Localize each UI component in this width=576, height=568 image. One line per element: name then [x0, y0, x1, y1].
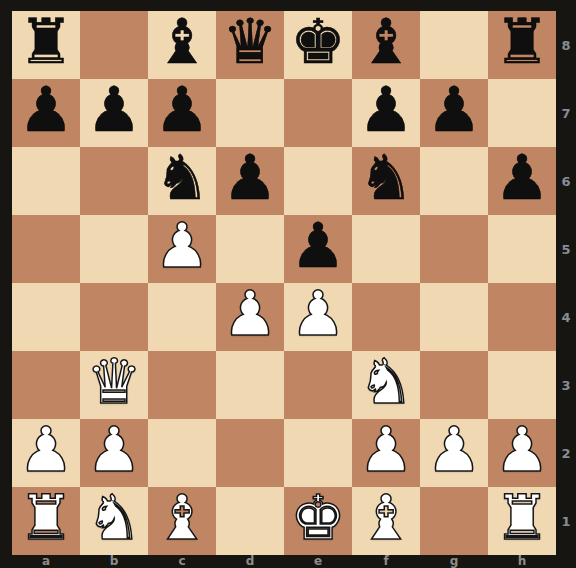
piece-white-pawn[interactable]: ♟: [426, 416, 482, 484]
square-f5[interactable]: [352, 215, 420, 283]
rank-label-7: 7: [556, 79, 576, 147]
square-b3[interactable]: ♛: [80, 351, 148, 419]
square-b5[interactable]: [80, 215, 148, 283]
piece-white-pawn[interactable]: ♟: [154, 212, 210, 280]
square-h6[interactable]: ♟: [488, 147, 556, 215]
square-c7[interactable]: ♟: [148, 79, 216, 147]
square-f6[interactable]: ♞: [352, 147, 420, 215]
square-f8[interactable]: ♝: [352, 11, 420, 79]
piece-black-pawn[interactable]: ♟: [18, 76, 74, 144]
square-c6[interactable]: ♞: [148, 147, 216, 215]
piece-white-bishop[interactable]: ♝: [358, 484, 414, 552]
square-e8[interactable]: ♚: [284, 11, 352, 79]
square-g3[interactable]: [420, 351, 488, 419]
square-e7[interactable]: [284, 79, 352, 147]
piece-black-bishop[interactable]: ♝: [154, 8, 210, 76]
square-h5[interactable]: [488, 215, 556, 283]
piece-white-king[interactable]: ♚: [290, 484, 346, 552]
square-a4[interactable]: [12, 283, 80, 351]
file-label-h: h: [488, 554, 556, 568]
chess-board: ♜♝♛♚♝♜♟♟♟♟♟♞♟♞♟♟♟♟♟♛♞♟♟♟♟♟♜♞♝♚♝♜: [12, 11, 556, 555]
square-e6[interactable]: [284, 147, 352, 215]
file-label-e: e: [284, 554, 352, 568]
piece-black-knight[interactable]: ♞: [358, 144, 414, 212]
file-label-f: f: [352, 554, 420, 568]
square-d4[interactable]: ♟: [216, 283, 284, 351]
piece-black-pawn[interactable]: ♟: [290, 212, 346, 280]
square-f2[interactable]: ♟: [352, 419, 420, 487]
square-h3[interactable]: [488, 351, 556, 419]
square-a3[interactable]: [12, 351, 80, 419]
file-label-b: b: [80, 554, 148, 568]
square-b7[interactable]: ♟: [80, 79, 148, 147]
piece-white-pawn[interactable]: ♟: [18, 416, 74, 484]
file-label-c: c: [148, 554, 216, 568]
piece-white-pawn[interactable]: ♟: [290, 280, 346, 348]
square-a7[interactable]: ♟: [12, 79, 80, 147]
square-d8[interactable]: ♛: [216, 11, 284, 79]
square-a5[interactable]: [12, 215, 80, 283]
piece-white-rook[interactable]: ♜: [18, 484, 74, 552]
square-f7[interactable]: ♟: [352, 79, 420, 147]
square-h1[interactable]: ♜: [488, 487, 556, 555]
square-c4[interactable]: [148, 283, 216, 351]
piece-white-pawn[interactable]: ♟: [86, 416, 142, 484]
square-a8[interactable]: ♜: [12, 11, 80, 79]
piece-white-pawn[interactable]: ♟: [222, 280, 278, 348]
square-a1[interactable]: ♜: [12, 487, 80, 555]
piece-black-pawn[interactable]: ♟: [222, 144, 278, 212]
square-e5[interactable]: ♟: [284, 215, 352, 283]
square-g7[interactable]: ♟: [420, 79, 488, 147]
file-label-a: a: [12, 554, 80, 568]
square-b1[interactable]: ♞: [80, 487, 148, 555]
piece-black-queen[interactable]: ♛: [222, 8, 278, 76]
rank-label-4: 4: [556, 283, 576, 351]
square-g2[interactable]: ♟: [420, 419, 488, 487]
square-d6[interactable]: ♟: [216, 147, 284, 215]
rank-label-3: 3: [556, 351, 576, 419]
square-f1[interactable]: ♝: [352, 487, 420, 555]
piece-black-pawn[interactable]: ♟: [86, 76, 142, 144]
square-g6[interactable]: [420, 147, 488, 215]
rank-label-2: 2: [556, 419, 576, 487]
square-c3[interactable]: [148, 351, 216, 419]
square-e3[interactable]: [284, 351, 352, 419]
piece-white-pawn[interactable]: ♟: [494, 416, 550, 484]
square-h4[interactable]: [488, 283, 556, 351]
square-d7[interactable]: [216, 79, 284, 147]
piece-white-queen[interactable]: ♛: [86, 348, 142, 416]
piece-black-pawn[interactable]: ♟: [358, 76, 414, 144]
piece-black-rook[interactable]: ♜: [18, 8, 74, 76]
rank-label-8: 8: [556, 11, 576, 79]
square-c2[interactable]: [148, 419, 216, 487]
square-e2[interactable]: [284, 419, 352, 487]
piece-black-pawn[interactable]: ♟: [426, 76, 482, 144]
square-g1[interactable]: [420, 487, 488, 555]
rank-coordinates: 87654321: [556, 11, 576, 555]
square-b6[interactable]: [80, 147, 148, 215]
square-h2[interactable]: ♟: [488, 419, 556, 487]
square-g5[interactable]: [420, 215, 488, 283]
piece-white-rook[interactable]: ♜: [494, 484, 550, 552]
square-b2[interactable]: ♟: [80, 419, 148, 487]
piece-white-knight[interactable]: ♞: [358, 348, 414, 416]
square-d3[interactable]: [216, 351, 284, 419]
square-e1[interactable]: ♚: [284, 487, 352, 555]
square-a2[interactable]: ♟: [12, 419, 80, 487]
square-d2[interactable]: [216, 419, 284, 487]
chess-app: ♜♝♛♚♝♜♟♟♟♟♟♞♟♞♟♟♟♟♟♛♞♟♟♟♟♟♜♞♝♚♝♜ 8765432…: [0, 0, 576, 568]
piece-white-bishop[interactable]: ♝: [154, 484, 210, 552]
piece-black-pawn[interactable]: ♟: [494, 144, 550, 212]
square-a6[interactable]: [12, 147, 80, 215]
square-c5[interactable]: ♟: [148, 215, 216, 283]
piece-white-pawn[interactable]: ♟: [358, 416, 414, 484]
square-d5[interactable]: [216, 215, 284, 283]
piece-black-rook[interactable]: ♜: [494, 8, 550, 76]
piece-black-bishop[interactable]: ♝: [358, 8, 414, 76]
file-label-d: d: [216, 554, 284, 568]
piece-black-knight[interactable]: ♞: [154, 144, 210, 212]
rank-label-6: 6: [556, 147, 576, 215]
rank-label-5: 5: [556, 215, 576, 283]
square-b8[interactable]: [80, 11, 148, 79]
square-d1[interactable]: [216, 487, 284, 555]
piece-white-knight[interactable]: ♞: [86, 484, 142, 552]
file-label-g: g: [420, 554, 488, 568]
square-h8[interactable]: ♜: [488, 11, 556, 79]
square-c8[interactable]: ♝: [148, 11, 216, 79]
square-h7[interactable]: [488, 79, 556, 147]
square-f3[interactable]: ♞: [352, 351, 420, 419]
square-c1[interactable]: ♝: [148, 487, 216, 555]
file-coordinates: abcdefgh: [12, 554, 556, 568]
piece-black-king[interactable]: ♚: [290, 8, 346, 76]
piece-black-pawn[interactable]: ♟: [154, 76, 210, 144]
rank-label-1: 1: [556, 487, 576, 555]
square-g4[interactable]: [420, 283, 488, 351]
square-f4[interactable]: [352, 283, 420, 351]
square-e4[interactable]: ♟: [284, 283, 352, 351]
square-g8[interactable]: [420, 11, 488, 79]
square-b4[interactable]: [80, 283, 148, 351]
